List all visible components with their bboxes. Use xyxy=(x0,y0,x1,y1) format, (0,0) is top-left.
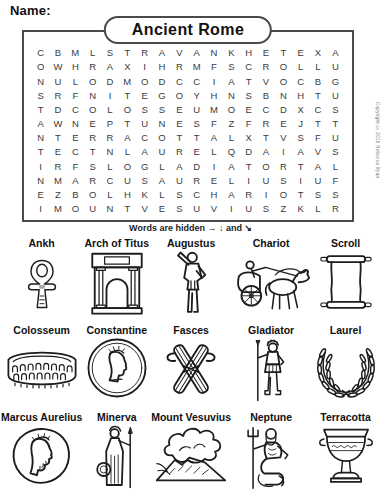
grid-cell-r7c7[interactable]: C xyxy=(136,131,153,145)
grid-cell-r3c1[interactable]: N xyxy=(32,74,49,88)
grid-cell-r7c12[interactable]: L xyxy=(223,131,240,145)
grid-cell-r1c2[interactable]: B xyxy=(49,46,66,60)
grid-cell-r4c1[interactable]: S xyxy=(32,89,49,103)
grid-cell-r10c14[interactable]: U xyxy=(257,174,274,188)
grid-cell-r5c18[interactable]: S xyxy=(327,103,344,117)
grid-cell-r5c10[interactable]: U xyxy=(188,103,205,117)
grid-cell-r9c18[interactable]: L xyxy=(327,159,344,173)
grid-cell-r11c12[interactable]: A xyxy=(223,188,240,202)
fasces-illustration xyxy=(151,337,231,409)
grid-cell-r8c6[interactable]: L xyxy=(119,145,136,159)
grid-cell-r9c17[interactable]: A xyxy=(309,159,326,173)
grid-cell-r6c17[interactable]: T xyxy=(309,117,326,131)
grid-cell-r11c16[interactable]: T xyxy=(292,188,309,202)
grid-cell-r4c13[interactable]: S xyxy=(240,89,257,103)
grid-cell-r7c11[interactable]: A xyxy=(205,131,222,145)
grid-cell-r2c3[interactable]: H xyxy=(67,60,84,74)
neptune-illustration xyxy=(231,424,311,496)
laurel-illustration xyxy=(311,337,380,409)
grid-cell-r9c15[interactable]: R xyxy=(275,159,292,173)
grid-cell-r6c10[interactable]: S xyxy=(188,117,205,131)
word-item-marcus-aurelius: Marcus Aurelius xyxy=(1,411,82,498)
grid-cell-r9c8[interactable]: L xyxy=(153,159,170,173)
grid-cell-r5c13[interactable]: E xyxy=(240,103,257,117)
grid-cell-r9c12[interactable]: A xyxy=(223,159,240,173)
grid-cell-r9c16[interactable]: T xyxy=(292,159,309,173)
grid-cell-r5c2[interactable]: D xyxy=(49,103,66,117)
grid-cell-r5c15[interactable]: D xyxy=(275,103,292,117)
grid-cell-r11c1[interactable]: E xyxy=(32,188,49,202)
word-label: Ankh xyxy=(1,237,82,250)
grid-cell-r11c2[interactable]: Z xyxy=(49,188,66,202)
grid-cell-r8c16[interactable]: A xyxy=(292,145,309,159)
gladiator-icon xyxy=(250,337,292,405)
grid-cell-r6c16[interactable]: J xyxy=(292,117,309,131)
grid-cell-r8c15[interactable]: I xyxy=(275,145,292,159)
grid-cell-r1c1[interactable]: C xyxy=(32,46,49,60)
grid-cell-r10c10[interactable]: R xyxy=(188,174,205,188)
grid-cell-r10c18[interactable]: F xyxy=(327,174,344,188)
grid-cell-r8c3[interactable]: C xyxy=(67,145,84,159)
grid-cell-r10c17[interactable]: U xyxy=(309,174,326,188)
copyright-text: Copyright © 2016 Rebecca Ryan xyxy=(375,102,380,178)
grid-cell-r3c16[interactable]: C xyxy=(292,74,309,88)
word-label: Chariot xyxy=(231,237,311,250)
grid-cell-r1c6[interactable]: T xyxy=(119,46,136,60)
scroll-icon xyxy=(319,250,373,314)
grid-cell-r7c15[interactable]: V xyxy=(275,131,292,145)
word-item-colosseum: Colosseum xyxy=(1,324,82,411)
grid-cell-r4c10[interactable]: Y xyxy=(188,89,205,103)
word-label: Constantine xyxy=(82,324,151,337)
grid-cell-r1c8[interactable]: A xyxy=(153,46,170,60)
directions-note: Words are hidden → ↓ and ↘ xyxy=(0,223,381,233)
grid-cell-r10c11[interactable]: E xyxy=(205,174,222,188)
word-label: Neptune xyxy=(231,411,311,424)
word-label: Gladiator xyxy=(231,324,311,337)
gladiator-illustration xyxy=(231,337,311,409)
word-item-ankh: Ankh xyxy=(1,237,82,324)
grid-cell-r8c12[interactable]: Q xyxy=(223,145,240,159)
word-item-terracotta: Terracotta xyxy=(311,411,380,498)
grid-cell-r3c11[interactable]: I xyxy=(205,74,222,88)
grid-cell-r5c9[interactable]: E xyxy=(171,103,188,117)
grid-cell-r10c1[interactable]: N xyxy=(32,174,49,188)
grid-cell-r1c16[interactable]: E xyxy=(292,46,309,60)
grid-cell-r8c13[interactable]: D xyxy=(240,145,257,159)
grid-cell-r6c3[interactable]: N xyxy=(67,117,84,131)
grid-cell-r5c16[interactable]: X xyxy=(292,103,309,117)
grid-cell-r4c8[interactable]: G xyxy=(153,89,170,103)
grid-cell-r3c3[interactable]: L xyxy=(67,74,84,88)
grid-cell-r8c17[interactable]: V xyxy=(309,145,326,159)
grid-cell-r3c6[interactable]: M xyxy=(119,74,136,88)
grid-cell-r12c13[interactable]: U xyxy=(240,202,257,216)
grid-cell-r5c3[interactable]: C xyxy=(67,103,84,117)
grid-cell-r12c12[interactable]: I xyxy=(223,202,240,216)
grid-cell-r6c12[interactable]: Z xyxy=(223,117,240,131)
word-label: Minerva xyxy=(82,411,151,424)
grid-cell-r6c1[interactable]: A xyxy=(32,117,49,131)
grid-cell-r3c5[interactable]: D xyxy=(101,74,118,88)
word-label: Terracotta xyxy=(311,411,380,424)
grid-cell-r12c11[interactable]: V xyxy=(205,202,222,216)
laurel-icon xyxy=(313,337,379,399)
grid-cell-r9c11[interactable]: I xyxy=(205,159,222,173)
colosseum-illustration xyxy=(1,337,82,409)
grid-cell-r9c2[interactable]: R xyxy=(49,159,66,173)
grid-cell-r9c6[interactable]: O xyxy=(119,159,136,173)
grid-cell-r11c11[interactable]: H xyxy=(205,188,222,202)
grid-cell-r2c16[interactable]: L xyxy=(292,60,309,74)
grid-cell-r3c2[interactable]: U xyxy=(49,74,66,88)
grid-cell-r11c15[interactable]: O xyxy=(275,188,292,202)
grid-cell-r11c9[interactable]: S xyxy=(171,188,188,202)
grid-cell-r2c4[interactable]: R xyxy=(84,60,101,74)
grid-cell-r6c14[interactable]: R xyxy=(257,117,274,131)
grid-cell-r6c2[interactable]: W xyxy=(49,117,66,131)
grid-cell-r8c2[interactable]: E xyxy=(49,145,66,159)
grid-cell-r9c13[interactable]: T xyxy=(240,159,257,173)
grid-cell-r8c9[interactable]: R xyxy=(171,145,188,159)
grid-cell-r12c9[interactable]: S xyxy=(171,202,188,216)
word-label: Arch of Titus xyxy=(82,237,151,250)
marcus-aurelius-illustration xyxy=(1,424,82,496)
grid-cell-r2c6[interactable]: X xyxy=(119,60,136,74)
ankh-illustration xyxy=(1,250,82,322)
grid-cell-r1c13[interactable]: H xyxy=(240,46,257,60)
minerva-illustration xyxy=(82,424,151,496)
grid-cell-r6c4[interactable]: E xyxy=(84,117,101,131)
chariot-illustration xyxy=(231,250,311,322)
grid-cell-r3c18[interactable]: G xyxy=(327,74,344,88)
grid-cell-r12c3[interactable]: O xyxy=(67,202,84,216)
grid-cell-r5c6[interactable]: O xyxy=(119,103,136,117)
marcus-aurelius-icon xyxy=(9,424,75,488)
grid-cell-r4c12[interactable]: N xyxy=(223,89,240,103)
grid-cell-r11c4[interactable]: O xyxy=(84,188,101,202)
grid-cell-r10c4[interactable]: R xyxy=(84,174,101,188)
grid-cell-r1c10[interactable]: A xyxy=(188,46,205,60)
scroll-illustration xyxy=(311,250,380,322)
grid-cell-r12c17[interactable]: L xyxy=(309,202,326,216)
grid-cell-r5c7[interactable]: S xyxy=(136,103,153,117)
grid-cell-r11c8[interactable]: L xyxy=(153,188,170,202)
grid-cell-r7c6[interactable]: A xyxy=(119,131,136,145)
grid-cell-r7c3[interactable]: E xyxy=(67,131,84,145)
grid-cell-r2c1[interactable]: O xyxy=(32,60,49,74)
chariot-icon xyxy=(231,250,311,312)
colosseum-icon xyxy=(3,337,81,397)
grid-cell-r12c1[interactable]: I xyxy=(32,202,49,216)
grid-cell-r2c5[interactable]: A xyxy=(101,60,118,74)
grid-cell-r10c12[interactable]: L xyxy=(223,174,240,188)
grid-cell-r12c8[interactable]: E xyxy=(153,202,170,216)
grid-cell-r1c18[interactable]: A xyxy=(327,46,344,60)
grid-cell-r3c13[interactable]: T xyxy=(240,74,257,88)
grid-cell-r10c3[interactable]: A xyxy=(67,174,84,188)
grid-cell-r5c1[interactable]: T xyxy=(32,103,49,117)
grid-cell-r4c16[interactable]: H xyxy=(292,89,309,103)
grid-cell-r9c5[interactable]: L xyxy=(101,159,118,173)
grid-cell-r4c7[interactable]: E xyxy=(136,89,153,103)
grid-cell-r2c15[interactable]: O xyxy=(275,60,292,74)
grid-cell-r8c18[interactable]: S xyxy=(327,145,344,159)
grid-cell-r8c14[interactable]: A xyxy=(257,145,274,159)
grid-cell-r12c15[interactable]: Z xyxy=(275,202,292,216)
grid-cell-r10c9[interactable]: U xyxy=(171,174,188,188)
grid-cell-r10c8[interactable]: A xyxy=(153,174,170,188)
grid-cell-r12c5[interactable]: N xyxy=(101,202,118,216)
grid-cell-r10c13[interactable]: I xyxy=(240,174,257,188)
grid-cell-r8c8[interactable]: U xyxy=(153,145,170,159)
constantine-icon xyxy=(86,337,148,399)
grid-cell-r3c7[interactable]: O xyxy=(136,74,153,88)
arch-of-titus-icon xyxy=(86,250,148,318)
name-label: Name: xyxy=(10,3,51,18)
grid-cell-r8c1[interactable]: T xyxy=(32,145,49,159)
grid-cell-r7c8[interactable]: O xyxy=(153,131,170,145)
grid-cell-r6c13[interactable]: F xyxy=(240,117,257,131)
grid-cell-r2c2[interactable]: W xyxy=(49,60,66,74)
grid-cell-r11c7[interactable]: K xyxy=(136,188,153,202)
word-search-board: Ancient Rome CBMLSTRAVANKHETEXAOWHRAXIHR… xyxy=(22,30,354,222)
grid-cell-r1c4[interactable]: L xyxy=(84,46,101,60)
grid-cell-r2c14[interactable]: R xyxy=(257,60,274,74)
grid-cell-r2c12[interactable]: S xyxy=(223,60,240,74)
grid-cell-r11c6[interactable]: H xyxy=(119,188,136,202)
mount-vesuvius-icon xyxy=(152,424,230,484)
grid-cell-r10c7[interactable]: S xyxy=(136,174,153,188)
word-item-minerva: Minerva xyxy=(82,411,151,498)
augustus-illustration xyxy=(151,250,231,322)
grid-cell-r10c6[interactable]: U xyxy=(119,174,136,188)
grid-cell-r4c5[interactable]: I xyxy=(101,89,118,103)
minerva-icon xyxy=(96,424,138,492)
grid-cell-r9c14[interactable]: O xyxy=(257,159,274,173)
grid-cell-r11c17[interactable]: S xyxy=(309,188,326,202)
arch-of-titus-illustration xyxy=(82,250,151,322)
grid-cell-r4c9[interactable]: O xyxy=(171,89,188,103)
grid-cell-r9c9[interactable]: A xyxy=(171,159,188,173)
grid-cell-r7c14[interactable]: T xyxy=(257,131,274,145)
word-label: Scroll xyxy=(311,237,380,250)
word-item-constantine: Constantine xyxy=(82,324,151,411)
grid-cell-r12c2[interactable]: M xyxy=(49,202,66,216)
grid-cell-r12c16[interactable]: K xyxy=(292,202,309,216)
grid-cell-r4c18[interactable]: U xyxy=(327,89,344,103)
grid-cell-r6c11[interactable]: F xyxy=(205,117,222,131)
grid-cell-r12c10[interactable]: U xyxy=(188,202,205,216)
grid-cell-r7c9[interactable]: T xyxy=(171,131,188,145)
grid-cell-r1c12[interactable]: K xyxy=(223,46,240,60)
grid-cell-r12c18[interactable]: R xyxy=(327,202,344,216)
puzzle-title: Ancient Rome xyxy=(104,16,272,44)
terracotta-icon xyxy=(317,424,375,490)
word-item-mount-vesuvius: Mount Vesuvius xyxy=(151,411,231,498)
grid-cell-r1c3[interactable]: M xyxy=(67,46,84,60)
grid-cell-r3c8[interactable]: D xyxy=(153,74,170,88)
mount-vesuvius-illustration xyxy=(151,424,231,496)
grid-cell-r6c7[interactable]: U xyxy=(136,117,153,131)
grid-cell-r8c5[interactable]: N xyxy=(101,145,118,159)
word-item-arch-of-titus: Arch of Titus xyxy=(82,237,151,324)
augustus-icon xyxy=(169,250,213,318)
grid-cell-r2c9[interactable]: R xyxy=(171,60,188,74)
word-item-laurel: Laurel xyxy=(311,324,380,411)
grid-cell-r3c15[interactable]: O xyxy=(275,74,292,88)
grid-cell-r3c17[interactable]: B xyxy=(309,74,326,88)
grid-cell-r8c11[interactable]: L xyxy=(205,145,222,159)
neptune-icon xyxy=(243,424,299,492)
grid-cell-r10c5[interactable]: C xyxy=(101,174,118,188)
worksheet-page: Name: Ancient Rome CBMLSTRAVANKHETEXAOWH… xyxy=(0,0,381,500)
grid-cell-r11c5[interactable]: L xyxy=(101,188,118,202)
grid-cell-r6c9[interactable]: E xyxy=(171,117,188,131)
word-label: Fasces xyxy=(151,324,231,337)
terracotta-illustration xyxy=(311,424,380,496)
grid-cell-r2c18[interactable]: U xyxy=(327,60,344,74)
grid-cell-r6c8[interactable]: N xyxy=(153,117,170,131)
grid-cell-r6c5[interactable]: P xyxy=(101,117,118,131)
grid-cell-r9c4[interactable]: S xyxy=(84,159,101,173)
grid-cell-r4c3[interactable]: F xyxy=(67,89,84,103)
word-item-neptune: Neptune xyxy=(231,411,311,498)
grid-cell-r3c9[interactable]: C xyxy=(171,74,188,88)
grid-cell-r12c4[interactable]: U xyxy=(84,202,101,216)
grid-cell-r12c7[interactable]: V xyxy=(136,202,153,216)
grid-cell-r5c4[interactable]: O xyxy=(84,103,101,117)
word-bank: Ankh Arch of Titus xyxy=(1,237,380,498)
grid-cell-r3c12[interactable]: A xyxy=(223,74,240,88)
grid-cell-r4c15[interactable]: N xyxy=(275,89,292,103)
grid-cell-r2c10[interactable]: M xyxy=(188,60,205,74)
grid-cell-r11c3[interactable]: B xyxy=(67,188,84,202)
grid-cell-r11c14[interactable]: I xyxy=(257,188,274,202)
grid-cell-r5c17[interactable]: C xyxy=(309,103,326,117)
grid-cell-r5c11[interactable]: M xyxy=(205,103,222,117)
grid-cell-r7c18[interactable]: U xyxy=(327,131,344,145)
grid-cell-r2c11[interactable]: F xyxy=(205,60,222,74)
word-label: Marcus Aurelius xyxy=(1,411,82,424)
grid-cell-r8c7[interactable]: A xyxy=(136,145,153,159)
grid-cell-r4c14[interactable]: B xyxy=(257,89,274,103)
grid-cell-r1c9[interactable]: V xyxy=(171,46,188,60)
grid-cell-r4c11[interactable]: H xyxy=(205,89,222,103)
grid-cell-r1c11[interactable]: N xyxy=(205,46,222,60)
grid-cell-r11c10[interactable]: C xyxy=(188,188,205,202)
grid-cell-r11c18[interactable]: S xyxy=(327,188,344,202)
grid-cell-r7c17[interactable]: F xyxy=(309,131,326,145)
grid-cell-r2c8[interactable]: H xyxy=(153,60,170,74)
grid-cell-r7c1[interactable]: N xyxy=(32,131,49,145)
grid-cell-r9c1[interactable]: I xyxy=(32,159,49,173)
grid-cell-r6c6[interactable]: T xyxy=(119,117,136,131)
grid-cell-r7c5[interactable]: R xyxy=(101,131,118,145)
grid-cell-r1c14[interactable]: E xyxy=(257,46,274,60)
grid-cell-r12c6[interactable]: T xyxy=(119,202,136,216)
grid-cell-r10c16[interactable]: I xyxy=(292,174,309,188)
grid-cell-r10c2[interactable]: M xyxy=(49,174,66,188)
grid-cell-r8c10[interactable]: E xyxy=(188,145,205,159)
fasces-icon xyxy=(155,337,227,401)
grid-cell-r1c5[interactable]: S xyxy=(101,46,118,60)
grid-cell-r4c4[interactable]: N xyxy=(84,89,101,103)
grid-cell-r1c17[interactable]: X xyxy=(309,46,326,60)
grid-cell-r7c13[interactable]: X xyxy=(240,131,257,145)
word-label: Colosseum xyxy=(1,324,82,337)
word-label: Mount Vesuvius xyxy=(151,411,231,424)
ankh-icon xyxy=(18,250,66,318)
word-label: Augustus xyxy=(151,237,231,250)
constantine-illustration xyxy=(82,337,151,409)
grid-cell-r7c2[interactable]: T xyxy=(49,131,66,145)
letter-grid: CBMLSTRAVANKHETEXAOWHRAXIHRMFSCROLLUNULO… xyxy=(24,32,352,220)
word-label: Laurel xyxy=(311,324,380,337)
grid-cell-r5c5[interactable]: L xyxy=(101,103,118,117)
grid-cell-r10c15[interactable]: S xyxy=(275,174,292,188)
grid-cell-r1c15[interactable]: T xyxy=(275,46,292,60)
grid-cell-r8c4[interactable]: T xyxy=(84,145,101,159)
puzzle-title-text: Ancient Rome xyxy=(132,21,244,38)
word-item-chariot: Chariot xyxy=(231,237,311,324)
grid-cell-r3c4[interactable]: O xyxy=(84,74,101,88)
grid-cell-r5c8[interactable]: S xyxy=(153,103,170,117)
grid-cell-r9c10[interactable]: D xyxy=(188,159,205,173)
grid-cell-r11c13[interactable]: R xyxy=(240,188,257,202)
grid-cell-r2c13[interactable]: C xyxy=(240,60,257,74)
grid-cell-r4c6[interactable]: T xyxy=(119,89,136,103)
grid-cell-r9c7[interactable]: G xyxy=(136,159,153,173)
grid-cell-r6c18[interactable]: T xyxy=(327,117,344,131)
word-item-augustus: Augustus xyxy=(151,237,231,324)
grid-cell-r2c17[interactable]: L xyxy=(309,60,326,74)
grid-cell-r7c10[interactable]: T xyxy=(188,131,205,145)
grid-cell-r7c16[interactable]: S xyxy=(292,131,309,145)
grid-cell-r4c17[interactable]: T xyxy=(309,89,326,103)
grid-cell-r2c7[interactable]: I xyxy=(136,60,153,74)
word-item-scroll: Scroll xyxy=(311,237,380,324)
word-item-gladiator: Gladiator xyxy=(231,324,311,411)
word-item-fasces: Fasces xyxy=(151,324,231,411)
grid-cell-r3c14[interactable]: V xyxy=(257,74,274,88)
grid-cell-r5c14[interactable]: C xyxy=(257,103,274,117)
grid-cell-r12c14[interactable]: S xyxy=(257,202,274,216)
grid-cell-r6c15[interactable]: E xyxy=(275,117,292,131)
grid-cell-r9c3[interactable]: F xyxy=(67,159,84,173)
grid-cell-r4c2[interactable]: R xyxy=(49,89,66,103)
grid-cell-r5c12[interactable]: O xyxy=(223,103,240,117)
grid-cell-r1c7[interactable]: R xyxy=(136,46,153,60)
grid-cell-r7c4[interactable]: R xyxy=(84,131,101,145)
grid-cell-r3c10[interactable]: C xyxy=(188,74,205,88)
